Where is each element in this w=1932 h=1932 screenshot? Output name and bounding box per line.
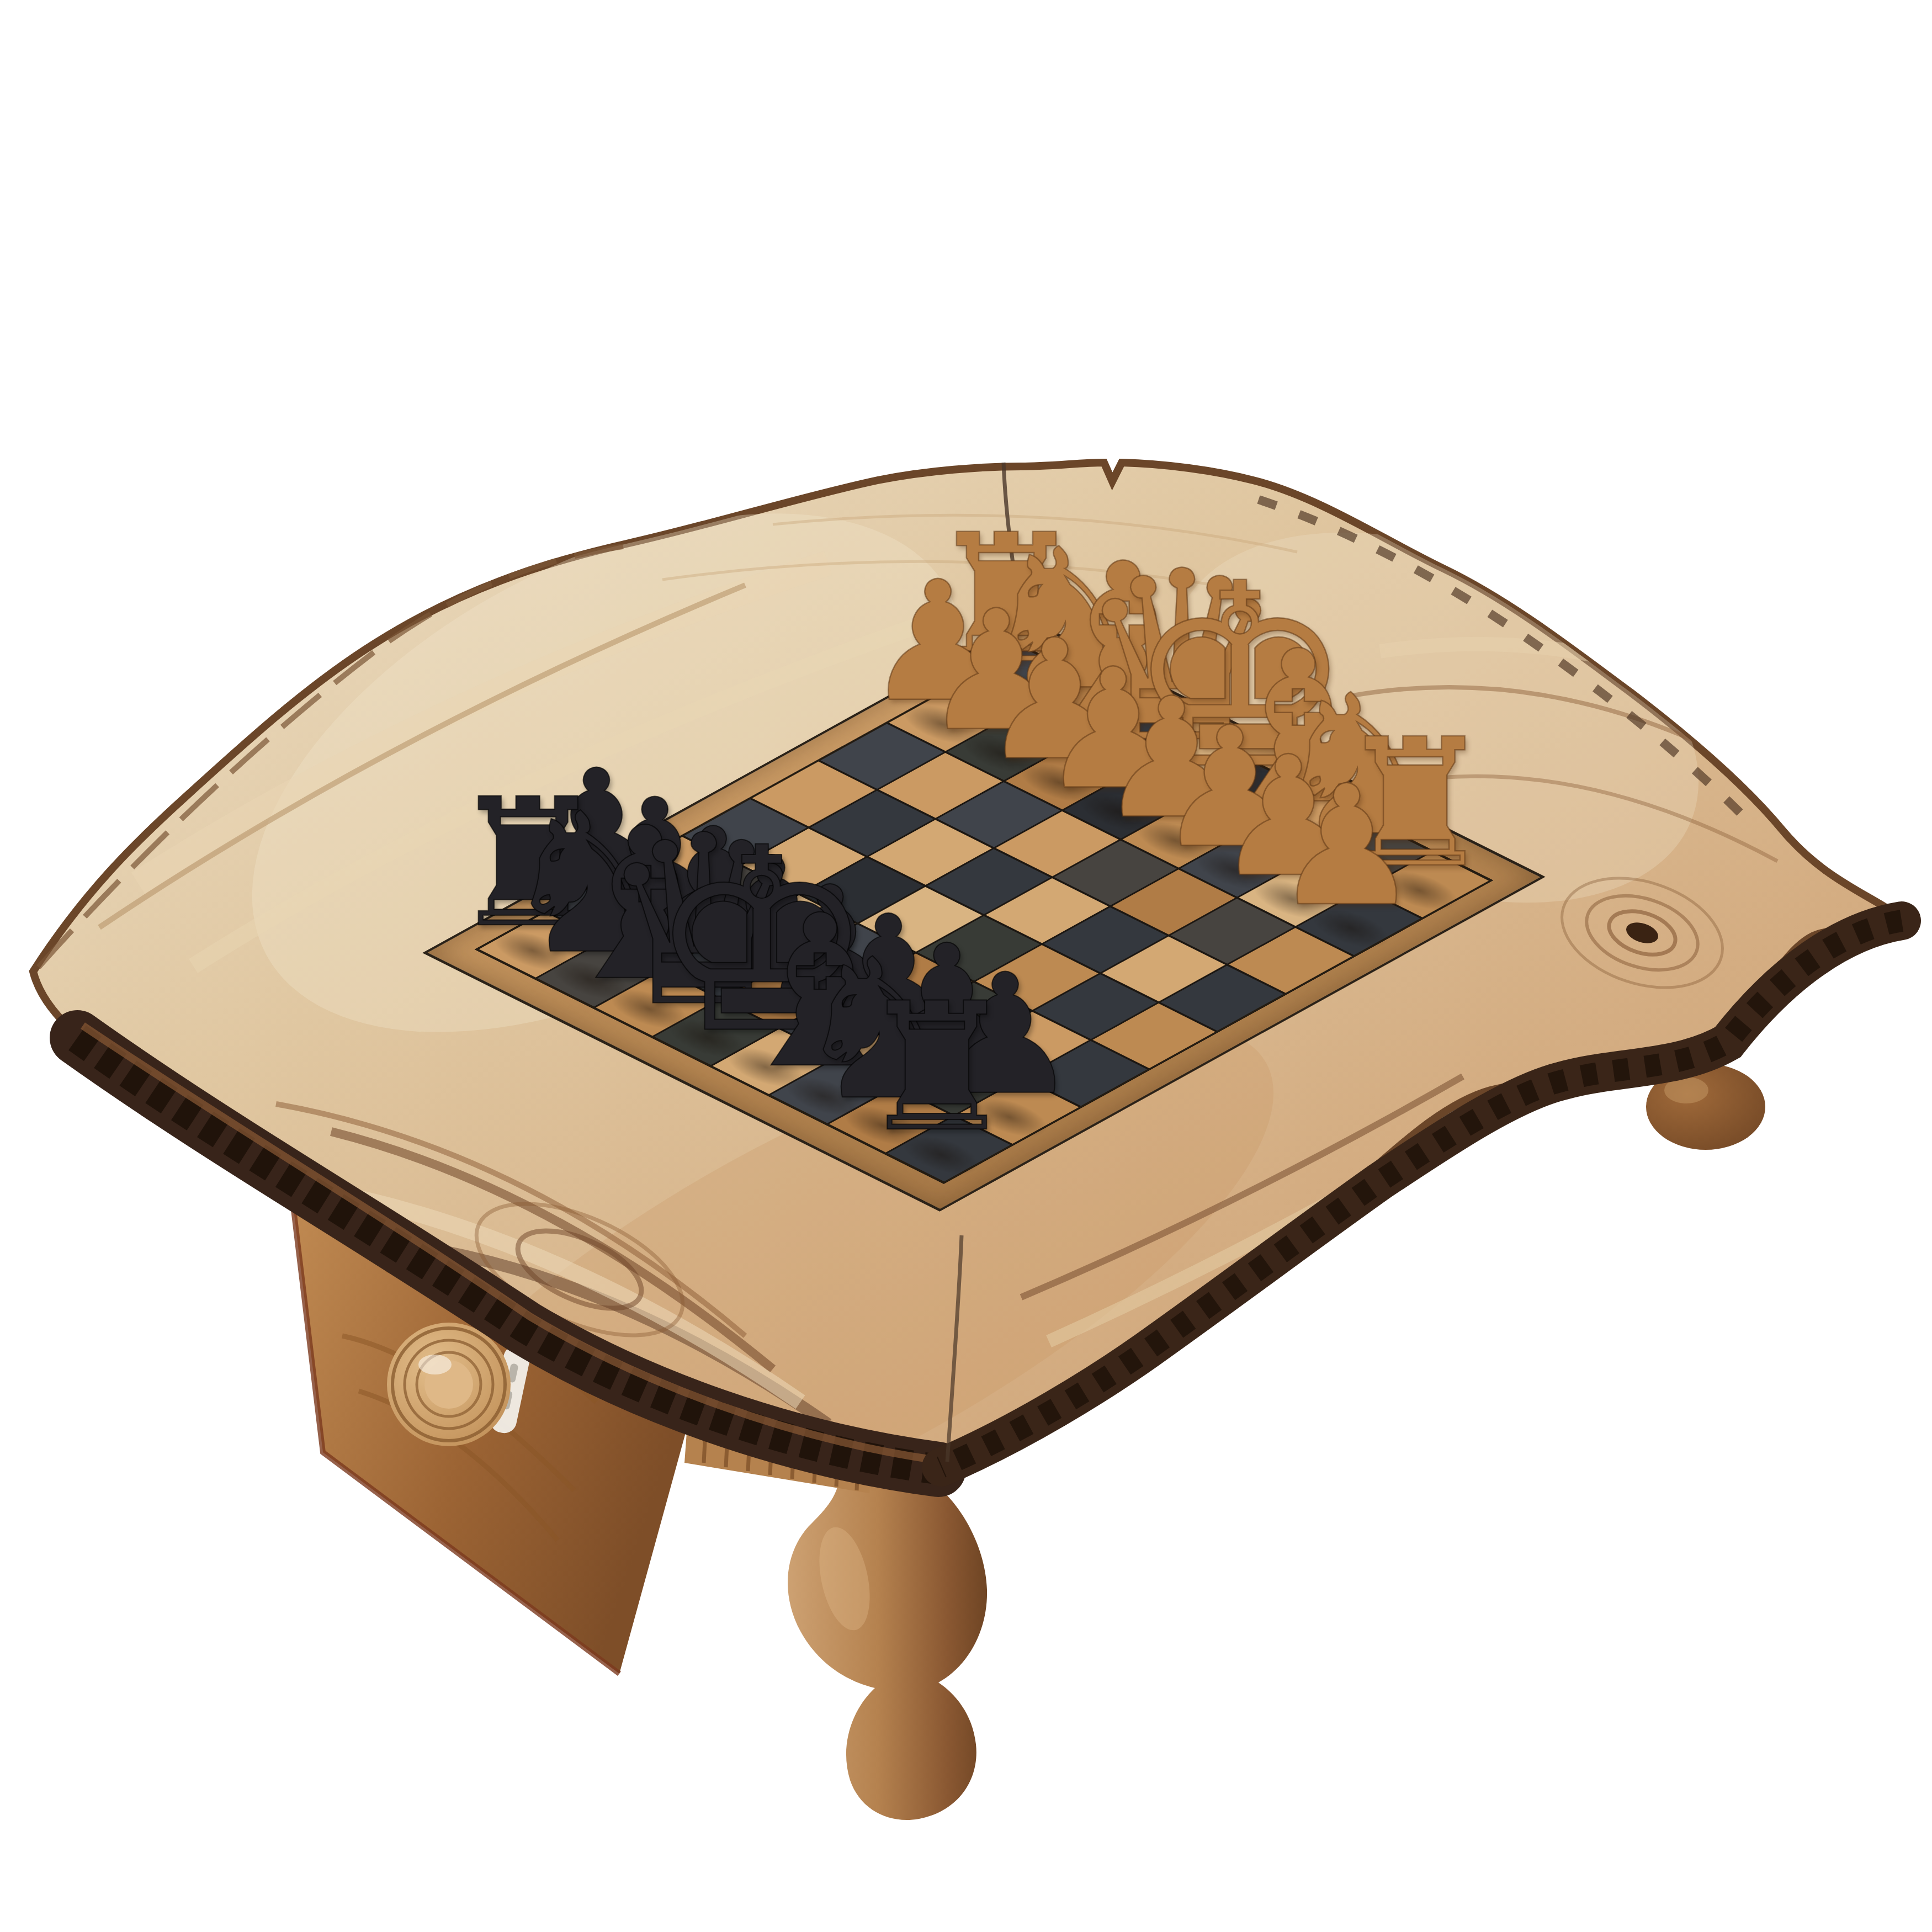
piece-black-rook[interactable]: ♜ [858, 979, 1016, 1156]
drawer-knob-shine [418, 1355, 452, 1374]
product-photo-scene: ♜♞♝♛♚♝♞♜♟♟♟♟♟♟♟♟♟♟♟♟♟♟♟♟♜♞♝♛♚♝♞♜ [0, 0, 1932, 1932]
front-turned-leg [788, 1457, 987, 1820]
piece-white-pawn[interactable]: ♟ [1272, 764, 1421, 930]
